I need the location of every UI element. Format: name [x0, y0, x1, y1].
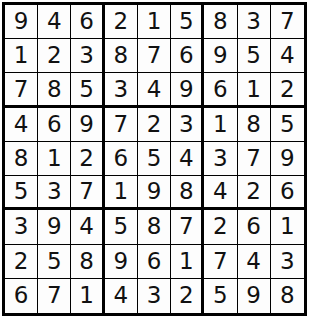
cell-r8c2[interactable]: 5	[38, 245, 71, 279]
cell-r6c7[interactable]: 4	[204, 176, 237, 210]
sudoku-board: 9462158371238769547853496124697231858126…	[2, 2, 307, 316]
cell-r3c7[interactable]: 6	[204, 73, 237, 107]
cell-r4c6[interactable]: 3	[171, 108, 204, 142]
cell-r5c3[interactable]: 2	[71, 142, 104, 176]
cell-r3c9[interactable]: 2	[271, 73, 304, 107]
cell-r3c5[interactable]: 4	[138, 73, 171, 107]
cell-r2c7[interactable]: 9	[204, 39, 237, 73]
cell-r3c2[interactable]: 8	[38, 73, 71, 107]
cell-r3c8[interactable]: 1	[238, 73, 271, 107]
cell-r8c4[interactable]: 9	[105, 245, 138, 279]
cell-r5c5[interactable]: 5	[138, 142, 171, 176]
cell-r1c5[interactable]: 1	[138, 5, 171, 39]
cell-r5c4[interactable]: 6	[105, 142, 138, 176]
cell-r7c9[interactable]: 1	[271, 210, 304, 244]
cell-r2c2[interactable]: 2	[38, 39, 71, 73]
cell-r7c5[interactable]: 8	[138, 210, 171, 244]
cell-r8c1[interactable]: 2	[5, 245, 38, 279]
cell-r1c9[interactable]: 7	[271, 5, 304, 39]
cell-r2c1[interactable]: 1	[5, 39, 38, 73]
cell-r9c1[interactable]: 6	[5, 279, 38, 313]
cell-r2c6[interactable]: 6	[171, 39, 204, 73]
cell-r9c9[interactable]: 8	[271, 279, 304, 313]
cell-r9c7[interactable]: 5	[204, 279, 237, 313]
cell-r1c8[interactable]: 3	[238, 5, 271, 39]
cell-r7c3[interactable]: 4	[71, 210, 104, 244]
cell-r2c3[interactable]: 3	[71, 39, 104, 73]
cell-r9c3[interactable]: 1	[71, 279, 104, 313]
cell-r5c1[interactable]: 8	[5, 142, 38, 176]
cell-r9c6[interactable]: 2	[171, 279, 204, 313]
cell-r6c8[interactable]: 2	[238, 176, 271, 210]
cell-r4c2[interactable]: 6	[38, 108, 71, 142]
cell-r6c2[interactable]: 3	[38, 176, 71, 210]
cell-r4c7[interactable]: 1	[204, 108, 237, 142]
cell-r2c5[interactable]: 7	[138, 39, 171, 73]
cell-r2c4[interactable]: 8	[105, 39, 138, 73]
cell-r8c5[interactable]: 6	[138, 245, 171, 279]
cell-r7c8[interactable]: 6	[238, 210, 271, 244]
cell-r8c8[interactable]: 4	[238, 245, 271, 279]
cell-r7c1[interactable]: 3	[5, 210, 38, 244]
cell-r7c6[interactable]: 7	[171, 210, 204, 244]
cell-r9c5[interactable]: 3	[138, 279, 171, 313]
cell-r4c3[interactable]: 9	[71, 108, 104, 142]
cell-r1c4[interactable]: 2	[105, 5, 138, 39]
cell-r5c8[interactable]: 7	[238, 142, 271, 176]
cell-r7c7[interactable]: 2	[204, 210, 237, 244]
cell-r6c9[interactable]: 6	[271, 176, 304, 210]
cell-r8c6[interactable]: 1	[171, 245, 204, 279]
cell-r4c9[interactable]: 5	[271, 108, 304, 142]
cell-r4c5[interactable]: 2	[138, 108, 171, 142]
cell-r8c3[interactable]: 8	[71, 245, 104, 279]
cell-r2c8[interactable]: 5	[238, 39, 271, 73]
cell-r7c4[interactable]: 5	[105, 210, 138, 244]
cell-r1c2[interactable]: 4	[38, 5, 71, 39]
cell-r3c6[interactable]: 9	[171, 73, 204, 107]
cell-r4c8[interactable]: 8	[238, 108, 271, 142]
cell-r1c6[interactable]: 5	[171, 5, 204, 39]
cell-r6c4[interactable]: 1	[105, 176, 138, 210]
cell-r6c6[interactable]: 8	[171, 176, 204, 210]
cell-r9c8[interactable]: 9	[238, 279, 271, 313]
cell-r5c9[interactable]: 9	[271, 142, 304, 176]
cell-r2c9[interactable]: 4	[271, 39, 304, 73]
cell-r5c2[interactable]: 1	[38, 142, 71, 176]
cell-r7c2[interactable]: 9	[38, 210, 71, 244]
cell-r6c1[interactable]: 5	[5, 176, 38, 210]
cell-r3c3[interactable]: 5	[71, 73, 104, 107]
cell-r3c4[interactable]: 3	[105, 73, 138, 107]
cell-r6c3[interactable]: 7	[71, 176, 104, 210]
cell-r8c7[interactable]: 7	[204, 245, 237, 279]
cell-r9c2[interactable]: 7	[38, 279, 71, 313]
cell-r1c1[interactable]: 9	[5, 5, 38, 39]
cell-r1c7[interactable]: 8	[204, 5, 237, 39]
cell-r3c1[interactable]: 7	[5, 73, 38, 107]
cell-r9c4[interactable]: 4	[105, 279, 138, 313]
cell-r1c3[interactable]: 6	[71, 5, 104, 39]
cell-r5c7[interactable]: 3	[204, 142, 237, 176]
cell-r8c9[interactable]: 3	[271, 245, 304, 279]
cell-r6c5[interactable]: 9	[138, 176, 171, 210]
cell-r4c4[interactable]: 7	[105, 108, 138, 142]
cell-r4c1[interactable]: 4	[5, 108, 38, 142]
cell-r5c6[interactable]: 4	[171, 142, 204, 176]
